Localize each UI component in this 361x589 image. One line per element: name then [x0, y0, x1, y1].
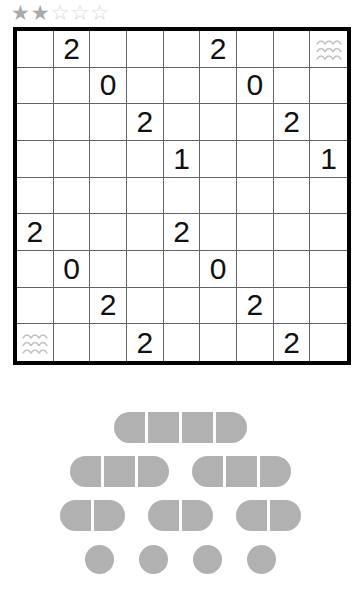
grid-cell[interactable]: [17, 141, 54, 178]
grid-cell[interactable]: [127, 214, 164, 251]
ship-segment-right-end: [216, 412, 247, 443]
grid-cell[interactable]: [274, 251, 311, 288]
star-filled-icon: ★: [11, 0, 31, 26]
ship-segment-right-end: [270, 500, 301, 531]
grid-cell[interactable]: [200, 178, 237, 215]
star-filled-icon: ★: [31, 0, 51, 26]
grid-cell[interactable]: [54, 141, 91, 178]
clue-cell: 2: [17, 214, 54, 251]
grid-cell[interactable]: [310, 68, 347, 105]
clue-cell: 2: [274, 104, 311, 141]
clue-cell: 0: [54, 251, 91, 288]
clue-cell: 2: [200, 31, 237, 68]
ship-segment-right-end: [260, 456, 291, 487]
ship-4: [114, 412, 247, 443]
grid-cell[interactable]: [54, 104, 91, 141]
grid-cell[interactable]: [237, 31, 274, 68]
grid-cell[interactable]: [127, 68, 164, 105]
clue-cell: 2: [237, 288, 274, 325]
ship-2: [60, 500, 125, 531]
ship-segment-left-end: [70, 456, 101, 487]
grid-cell[interactable]: [54, 178, 91, 215]
ship-segment-middle: [182, 412, 213, 443]
ship-segment-middle: [148, 412, 179, 443]
grid-cell[interactable]: [237, 324, 274, 361]
grid-cell[interactable]: [54, 324, 91, 361]
ship-1: [246, 544, 277, 575]
ship-segment-middle: [226, 456, 257, 487]
clue-cell: 1: [164, 141, 201, 178]
grid-cell[interactable]: [237, 251, 274, 288]
fleet-row: [0, 544, 361, 575]
grid-cell[interactable]: [17, 104, 54, 141]
grid-cell[interactable]: [17, 68, 54, 105]
grid-cell[interactable]: [310, 178, 347, 215]
ship-segment-single: [247, 545, 276, 574]
grid-cell[interactable]: [90, 31, 127, 68]
grid-cell[interactable]: [274, 141, 311, 178]
puzzle-board: 2200221122002222: [13, 27, 351, 365]
ship-segment-middle: [104, 456, 135, 487]
grid-cell[interactable]: [274, 68, 311, 105]
fleet-row: [0, 456, 361, 487]
grid-cell[interactable]: [90, 104, 127, 141]
ship-1: [138, 544, 169, 575]
ship-3: [70, 456, 169, 487]
clue-cell: 2: [274, 324, 311, 361]
clue-cell: 2: [127, 104, 164, 141]
grid-cell[interactable]: [200, 288, 237, 325]
ship-2: [148, 500, 213, 531]
clue-cell: 2: [164, 214, 201, 251]
waves-icon: [21, 331, 49, 355]
fleet-row: [0, 412, 361, 443]
grid-cell[interactable]: [164, 324, 201, 361]
grid-cell[interactable]: [164, 31, 201, 68]
grid-cell[interactable]: [274, 288, 311, 325]
ship-1: [192, 544, 223, 575]
clue-cell: 0: [200, 251, 237, 288]
grid-cell[interactable]: [200, 104, 237, 141]
grid-cell[interactable]: [90, 214, 127, 251]
star-empty-icon: ☆: [90, 0, 110, 26]
grid-cell[interactable]: [17, 178, 54, 215]
grid-cell[interactable]: [127, 251, 164, 288]
grid-cell[interactable]: [274, 31, 311, 68]
grid-cell[interactable]: [54, 68, 91, 105]
fleet-legend: [0, 412, 361, 588]
grid-cell[interactable]: [54, 214, 91, 251]
ship-segment-left-end: [236, 500, 267, 531]
puzzle-page: ★★☆☆☆ 2200221122002222: [0, 0, 361, 589]
grid-cell[interactable]: [274, 178, 311, 215]
ship-segment-right-end: [94, 500, 125, 531]
grid-cell[interactable]: [164, 178, 201, 215]
ship-1: [84, 544, 115, 575]
clue-cell: 2: [90, 288, 127, 325]
grid-cell[interactable]: [200, 324, 237, 361]
grid-cell[interactable]: [17, 31, 54, 68]
grid-cell[interactable]: [164, 288, 201, 325]
grid-cell[interactable]: [200, 141, 237, 178]
grid-cell[interactable]: [237, 214, 274, 251]
clue-cell: 0: [90, 68, 127, 105]
fleet-row: [0, 500, 361, 531]
clue-cell: 0: [237, 68, 274, 105]
grid-cell[interactable]: [310, 104, 347, 141]
ship-segment-single: [139, 545, 168, 574]
clue-cell: 2: [127, 324, 164, 361]
grid-cell[interactable]: [164, 104, 201, 141]
grid-cell[interactable]: [200, 68, 237, 105]
star-empty-icon: ☆: [51, 0, 71, 26]
clue-cell: 2: [54, 31, 91, 68]
ship-segment-single: [85, 545, 114, 574]
grid-cell[interactable]: [127, 141, 164, 178]
grid-cell[interactable]: [310, 288, 347, 325]
star-empty-icon: ☆: [70, 0, 90, 26]
water-cell: [310, 31, 347, 68]
ship-segment-right-end: [138, 456, 169, 487]
grid-cell[interactable]: [237, 141, 274, 178]
ship-2: [236, 500, 301, 531]
ship-segment-left-end: [192, 456, 223, 487]
grid-cell[interactable]: [90, 324, 127, 361]
grid-cell[interactable]: [127, 288, 164, 325]
grid-cell[interactable]: [90, 178, 127, 215]
water-cell: [17, 324, 54, 361]
grid-cell[interactable]: [310, 251, 347, 288]
grid-cell[interactable]: [237, 178, 274, 215]
grid-cell[interactable]: [90, 141, 127, 178]
grid-cell[interactable]: [164, 251, 201, 288]
ship-segment-left-end: [148, 500, 179, 531]
grid-cell[interactable]: [127, 178, 164, 215]
grid-cell[interactable]: [310, 214, 347, 251]
grid-cell[interactable]: [17, 251, 54, 288]
ship-segment-single: [193, 545, 222, 574]
grid-cell[interactable]: [274, 214, 311, 251]
difficulty-rating: ★★☆☆☆: [11, 0, 110, 26]
grid-cell[interactable]: [164, 68, 201, 105]
grid-cell[interactable]: [17, 288, 54, 325]
grid-cell[interactable]: [90, 251, 127, 288]
ship-segment-left-end: [60, 500, 91, 531]
grid-cell[interactable]: [54, 288, 91, 325]
ship-segment-left-end: [114, 412, 145, 443]
waves-icon: [315, 37, 343, 61]
clue-cell: 1: [310, 141, 347, 178]
grid-cell[interactable]: [237, 104, 274, 141]
grid-cell[interactable]: [310, 324, 347, 361]
grid-cell[interactable]: [127, 31, 164, 68]
grid-cell[interactable]: [200, 214, 237, 251]
ship-segment-right-end: [182, 500, 213, 531]
ship-3: [192, 456, 291, 487]
